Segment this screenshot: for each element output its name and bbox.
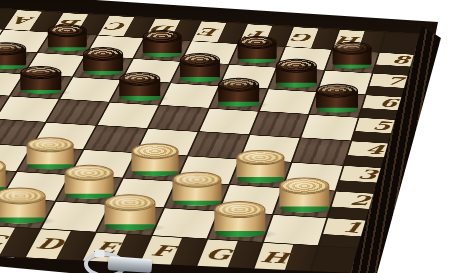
square-e5[interactable] <box>149 106 208 131</box>
checkers-product-photo: ABCDEFGH8877665544332211ABCDEFGH <box>0 0 450 273</box>
clasp-plate-icon <box>108 256 153 273</box>
square-f5[interactable] <box>200 109 258 135</box>
checker-light-g3[interactable] <box>237 150 284 183</box>
coordinate-letter: G <box>288 32 318 44</box>
piece-top <box>238 36 277 49</box>
checker-dark-d8[interactable] <box>143 30 182 57</box>
checker-dark-b8[interactable] <box>48 25 86 52</box>
coordinate-letter: C <box>101 20 133 31</box>
checker-dark-b6[interactable] <box>20 66 61 95</box>
clasp-pin-icon <box>94 249 105 258</box>
piece-top <box>27 137 74 153</box>
piece-top <box>237 150 284 166</box>
piece-top <box>316 83 358 97</box>
checker-light-g1[interactable] <box>214 201 265 237</box>
checker-light-h2[interactable] <box>280 178 329 213</box>
piece-felt <box>49 47 86 51</box>
checker-dark-h6[interactable] <box>316 83 358 112</box>
coordinate-letter: E <box>195 26 226 38</box>
square-d5[interactable] <box>98 103 158 128</box>
checker-dark-e7[interactable] <box>180 53 220 81</box>
square-h5[interactable] <box>301 115 357 141</box>
square-g5[interactable] <box>251 112 308 138</box>
coordinate-letter: A <box>8 15 41 26</box>
checker-light-e1[interactable] <box>105 194 156 230</box>
piece-top <box>280 178 329 195</box>
checker-dark-f6[interactable] <box>218 77 260 106</box>
checker-dark-d6[interactable] <box>119 72 161 101</box>
coordinate-letter: G <box>199 246 236 263</box>
checker-dark-g7[interactable] <box>276 59 316 87</box>
checker-dark-h8[interactable] <box>332 42 371 69</box>
piece-top <box>218 77 260 91</box>
checker-dark-f8[interactable] <box>238 36 277 63</box>
checker-dark-c7[interactable] <box>83 48 123 76</box>
piece-top <box>119 72 161 86</box>
coordinate-letter: H <box>256 250 293 267</box>
file-label-top-g: G <box>286 27 338 49</box>
piece-top <box>143 30 182 43</box>
square-h4[interactable] <box>293 138 351 165</box>
piece-top <box>20 66 61 80</box>
file-label-bottom-h: H <box>253 243 317 273</box>
piece-top <box>132 143 179 159</box>
coordinate-letter: C <box>0 233 13 249</box>
piece-top <box>48 25 86 38</box>
piece-top <box>276 59 316 73</box>
coordinate-letter: D <box>30 236 69 252</box>
checker-light-c1[interactable] <box>0 188 46 224</box>
piece-felt <box>281 207 328 213</box>
piece-felt <box>0 217 45 223</box>
piece-top <box>332 42 371 55</box>
